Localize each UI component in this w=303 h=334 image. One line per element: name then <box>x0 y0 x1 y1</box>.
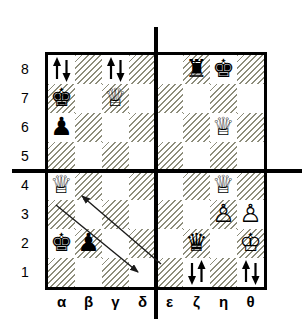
square-θ8[interactable] <box>237 55 264 84</box>
square-γ3[interactable] <box>102 200 129 229</box>
file-label-ε: ε <box>156 293 183 311</box>
square-γ7[interactable]: ♕ <box>102 84 129 113</box>
square-α6[interactable]: ♟ <box>48 113 75 142</box>
square-α2[interactable]: ♚ <box>48 229 75 258</box>
square-ζ5[interactable] <box>183 142 210 171</box>
quadrant-divider-horizontal <box>12 169 302 173</box>
square-δ6[interactable] <box>129 113 156 142</box>
updown-arrows-icon <box>183 258 210 287</box>
rank-label-4: 4 <box>12 171 38 200</box>
piece-black-king: ♚ <box>212 56 234 81</box>
square-ε2[interactable] <box>156 229 183 258</box>
square-η6[interactable]: ♕ <box>210 113 237 142</box>
updown-arrows-icon <box>48 55 75 84</box>
square-θ2[interactable]: ♔ <box>237 229 264 258</box>
square-β1[interactable] <box>75 258 102 287</box>
file-label-β: β <box>75 293 102 311</box>
file-label-ζ: ζ <box>183 293 210 311</box>
square-δ2[interactable] <box>129 229 156 258</box>
square-β3[interactable] <box>75 200 102 229</box>
square-θ3[interactable]: ♙ <box>237 200 264 229</box>
piece-white-king: ♔ <box>239 230 261 255</box>
square-α8[interactable] <box>48 55 75 84</box>
square-ε7[interactable] <box>156 84 183 113</box>
square-ε3[interactable] <box>156 200 183 229</box>
square-γ2[interactable] <box>102 229 129 258</box>
square-η5[interactable] <box>210 142 237 171</box>
rank-label-1: 1 <box>12 258 38 287</box>
square-η2[interactable] <box>210 229 237 258</box>
chess-diagram: 87654321 ♜♚♚♕♟♕♕♕♙♙♚♟♛♔ αβγδεζηθ <box>0 0 303 334</box>
square-ζ4[interactable] <box>183 171 210 200</box>
square-α1[interactable] <box>48 258 75 287</box>
square-ζ7[interactable] <box>183 84 210 113</box>
file-label-δ: δ <box>129 293 156 311</box>
square-γ1[interactable] <box>102 258 129 287</box>
square-θ5[interactable] <box>237 142 264 171</box>
piece-black-queen: ♛ <box>185 230 207 255</box>
rank-label-8: 8 <box>12 55 38 84</box>
piece-white-queen: ♕ <box>50 172 72 197</box>
piece-black-pawn: ♟ <box>50 114 72 139</box>
square-ζ8[interactable]: ♜ <box>183 55 210 84</box>
square-ε5[interactable] <box>156 142 183 171</box>
square-γ8[interactable] <box>102 55 129 84</box>
piece-black-rook: ♜ <box>185 56 207 81</box>
square-γ4[interactable] <box>102 171 129 200</box>
square-β5[interactable] <box>75 142 102 171</box>
square-δ8[interactable] <box>129 55 156 84</box>
square-β6[interactable] <box>75 113 102 142</box>
square-α4[interactable]: ♕ <box>48 171 75 200</box>
square-ε8[interactable] <box>156 55 183 84</box>
square-ζ2[interactable]: ♛ <box>183 229 210 258</box>
square-β4[interactable] <box>75 171 102 200</box>
piece-white-pawn: ♙ <box>212 201 234 226</box>
file-label-γ: γ <box>102 293 129 311</box>
square-γ5[interactable] <box>102 142 129 171</box>
square-η1[interactable] <box>210 258 237 287</box>
rank-label-6: 6 <box>12 113 38 142</box>
square-θ4[interactable] <box>237 171 264 200</box>
rank-label-3: 3 <box>12 200 38 229</box>
square-δ1[interactable] <box>129 258 156 287</box>
square-δ3[interactable] <box>129 200 156 229</box>
piece-black-king: ♚ <box>50 230 72 255</box>
quadrant-divider-vertical <box>154 27 158 319</box>
square-η8[interactable]: ♚ <box>210 55 237 84</box>
rank-label-2: 2 <box>12 229 38 258</box>
square-δ5[interactable] <box>129 142 156 171</box>
piece-black-pawn: ♟ <box>77 230 99 255</box>
updown-arrows-icon <box>237 258 264 287</box>
square-θ1[interactable] <box>237 258 264 287</box>
square-ζ3[interactable] <box>183 200 210 229</box>
square-α7[interactable]: ♚ <box>48 84 75 113</box>
piece-white-queen: ♕ <box>104 85 126 110</box>
square-δ4[interactable] <box>129 171 156 200</box>
square-η7[interactable] <box>210 84 237 113</box>
file-label-η: η <box>210 293 237 311</box>
piece-white-queen: ♕ <box>212 114 234 139</box>
square-θ6[interactable] <box>237 113 264 142</box>
updown-arrows-icon <box>102 55 129 84</box>
square-ζ6[interactable] <box>183 113 210 142</box>
square-β7[interactable] <box>75 84 102 113</box>
square-η4[interactable]: ♕ <box>210 171 237 200</box>
file-label-α: α <box>48 293 75 311</box>
rank-label-7: 7 <box>12 84 38 113</box>
square-α3[interactable] <box>48 200 75 229</box>
piece-white-queen: ♕ <box>212 172 234 197</box>
rank-label-5: 5 <box>12 142 38 171</box>
piece-white-pawn: ♙ <box>239 201 261 226</box>
square-ζ1[interactable] <box>183 258 210 287</box>
square-γ6[interactable] <box>102 113 129 142</box>
square-ε6[interactable] <box>156 113 183 142</box>
square-ε4[interactable] <box>156 171 183 200</box>
square-θ7[interactable] <box>237 84 264 113</box>
square-α5[interactable] <box>48 142 75 171</box>
square-β8[interactable] <box>75 55 102 84</box>
piece-black-king: ♚ <box>50 85 72 110</box>
square-η3[interactable]: ♙ <box>210 200 237 229</box>
square-δ7[interactable] <box>129 84 156 113</box>
square-β2[interactable]: ♟ <box>75 229 102 258</box>
file-label-θ: θ <box>237 293 264 311</box>
square-ε1[interactable] <box>156 258 183 287</box>
